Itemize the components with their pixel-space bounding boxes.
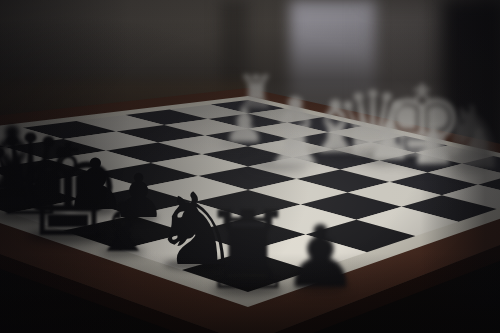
piece-white-bishop-d3[interactable]: ♝	[254, 77, 338, 186]
piece-white-pawn-g2[interactable]: ♟	[454, 117, 500, 181]
piece-black-bishop-f8[interactable]: ♝	[92, 187, 154, 267]
piece-white-pawn-f2[interactable]: ♟	[409, 115, 457, 177]
piece-black-rook-h8[interactable]: ♜	[199, 188, 296, 313]
chess-photo-scene: ♜♝♛♟♚♞♟♟♝♟♟♟♝♛♚♟♝♞♜	[0, 0, 500, 333]
chessboard: ♜♝♛♟♚♞♟♟♝♟♟♟♝♛♚♟♝♞♜	[0, 0, 500, 333]
piece-white-pawn-e2[interactable]: ♟	[366, 111, 413, 171]
